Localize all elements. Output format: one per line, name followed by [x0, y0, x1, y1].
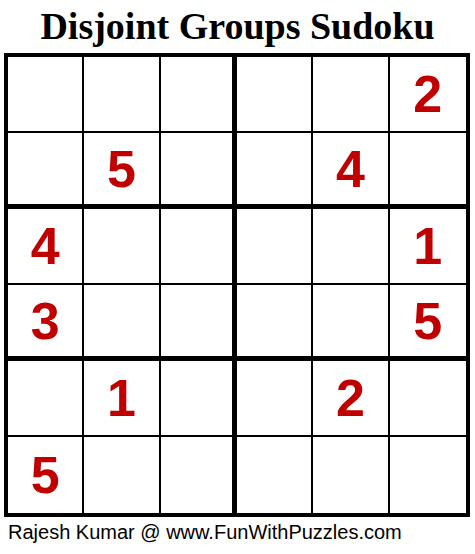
cell-r3c4[interactable]	[237, 209, 313, 285]
cell-r4c5[interactable]	[313, 285, 389, 361]
cell-r3c1[interactable]: 4	[8, 209, 84, 285]
puzzle-page: Disjoint Groups Sudoku 2544135125 Rajesh…	[0, 0, 475, 554]
cell-r3c2[interactable]	[84, 209, 160, 285]
cell-r1c2[interactable]	[84, 57, 160, 133]
cell-r6c2[interactable]	[84, 437, 160, 513]
cell-r5c4[interactable]	[237, 361, 313, 437]
cell-r4c1[interactable]: 3	[8, 285, 84, 361]
cell-r6c4[interactable]	[237, 437, 313, 513]
given-digit: 3	[31, 295, 60, 347]
cell-r2c6[interactable]	[390, 133, 466, 209]
given-digit: 4	[336, 143, 365, 195]
cell-r2c5[interactable]: 4	[313, 133, 389, 209]
cell-r4c2[interactable]	[84, 285, 160, 361]
credit-line: Rajesh Kumar @ www.FunWithPuzzles.com	[8, 517, 475, 547]
cell-r4c3[interactable]	[161, 285, 237, 361]
cell-r6c1[interactable]: 5	[8, 437, 84, 513]
sudoku-board: 2544135125	[4, 53, 470, 517]
given-digit: 5	[31, 449, 60, 501]
cell-r1c6[interactable]: 2	[390, 57, 466, 133]
given-digit: 2	[336, 372, 365, 424]
given-digit: 2	[413, 68, 442, 120]
cell-r2c2[interactable]: 5	[84, 133, 160, 209]
cell-r1c4[interactable]	[237, 57, 313, 133]
given-digit: 5	[413, 295, 442, 347]
cell-r5c2[interactable]: 1	[84, 361, 160, 437]
cell-r2c4[interactable]	[237, 133, 313, 209]
cell-r4c4[interactable]	[237, 285, 313, 361]
given-digit: 1	[107, 372, 136, 424]
given-digit: 5	[107, 143, 136, 195]
cell-r5c6[interactable]	[390, 361, 466, 437]
cell-r1c1[interactable]	[8, 57, 84, 133]
cell-r4c6[interactable]: 5	[390, 285, 466, 361]
cell-r6c3[interactable]	[161, 437, 237, 513]
given-digit: 1	[413, 220, 442, 272]
given-digit: 4	[31, 220, 60, 272]
cell-r3c5[interactable]	[313, 209, 389, 285]
cell-r6c5[interactable]	[313, 437, 389, 513]
cell-r2c3[interactable]	[161, 133, 237, 209]
cell-r1c3[interactable]	[161, 57, 237, 133]
cell-r1c5[interactable]	[313, 57, 389, 133]
cell-r6c6[interactable]	[390, 437, 466, 513]
cell-r5c5[interactable]: 2	[313, 361, 389, 437]
puzzle-title: Disjoint Groups Sudoku	[0, 0, 475, 52]
cell-r2c1[interactable]	[8, 133, 84, 209]
cell-r3c6[interactable]: 1	[390, 209, 466, 285]
cell-r5c3[interactable]	[161, 361, 237, 437]
cell-r5c1[interactable]	[8, 361, 84, 437]
cell-r3c3[interactable]	[161, 209, 237, 285]
